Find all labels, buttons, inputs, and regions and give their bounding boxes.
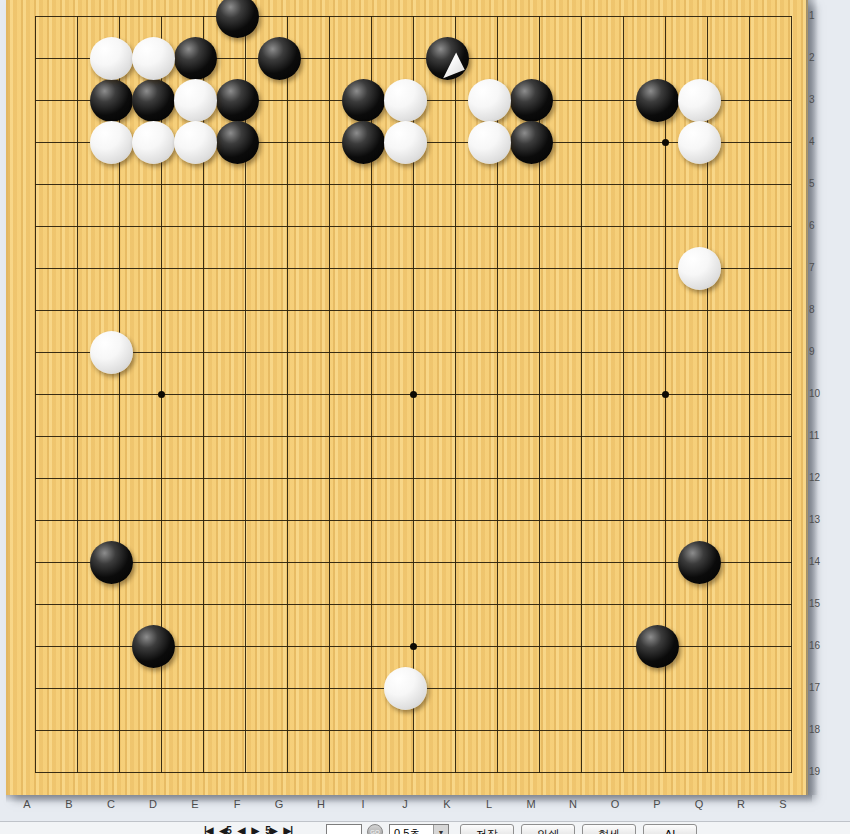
delay-value: 0.5초: [394, 826, 420, 834]
stone-black-Q14: [678, 541, 721, 584]
stone-black-I3: [342, 79, 385, 122]
estimate-button[interactable]: 형세: [582, 824, 636, 834]
stone-black-P3: [636, 79, 679, 122]
star-point-P10: [662, 391, 669, 398]
forward-button[interactable]: ▶: [251, 825, 258, 834]
star-point-J10: [410, 391, 417, 398]
stone-black-P16: [636, 625, 679, 668]
back-button[interactable]: ◀: [238, 825, 245, 834]
col-label-I: I: [353, 798, 373, 810]
print-button[interactable]: 인쇄: [521, 824, 575, 834]
ai-button[interactable]: AI: [643, 824, 697, 834]
col-label-C: C: [101, 798, 121, 810]
row-label-8: 8: [809, 304, 831, 316]
row-label-14: 14: [809, 556, 831, 568]
stone-white-L4: [468, 121, 511, 164]
row-label-10: 10: [809, 388, 831, 400]
stone-black-D16: [132, 625, 175, 668]
chevron-down-icon: ▼: [433, 825, 448, 834]
col-label-K: K: [437, 798, 457, 810]
stone-black-G2: [258, 37, 301, 80]
back-5-button[interactable]: ◀5: [220, 825, 231, 834]
row-label-5: 5: [809, 178, 831, 190]
star-point-J16: [410, 643, 417, 650]
col-label-P: P: [647, 798, 667, 810]
col-label-B: B: [59, 798, 79, 810]
col-label-E: E: [185, 798, 205, 810]
col-label-Q: Q: [689, 798, 709, 810]
row-label-13: 13: [809, 514, 831, 526]
row-label-7: 7: [809, 262, 831, 274]
last-move-marker-icon: [426, 37, 469, 80]
stone-white-E3: [174, 79, 217, 122]
row-label-16: 16: [809, 640, 831, 652]
forward-5-button[interactable]: 5▶: [265, 825, 276, 834]
stone-white-E4: [174, 121, 217, 164]
row-label-3: 3: [809, 94, 831, 106]
stone-white-C9: [90, 331, 133, 374]
action-buttons: 저장인쇄형세AI: [460, 824, 697, 834]
stone-white-J3: [384, 79, 427, 122]
save-button[interactable]: 저장: [460, 824, 514, 834]
autoplay-delay-select[interactable]: 0.5초 ▼: [389, 824, 449, 834]
col-label-G: G: [269, 798, 289, 810]
stone-white-C2: [90, 37, 133, 80]
stone-black-F3: [216, 79, 259, 122]
stone-black-M4: [510, 121, 553, 164]
row-label-15: 15: [809, 598, 831, 610]
star-point-P4: [662, 139, 669, 146]
col-label-S: S: [773, 798, 793, 810]
col-label-N: N: [563, 798, 583, 810]
row-label-19: 19: [809, 766, 831, 778]
col-label-H: H: [311, 798, 331, 810]
star-point-D10: [158, 391, 165, 398]
col-label-M: M: [521, 798, 541, 810]
stone-black-D3: [132, 79, 175, 122]
col-label-R: R: [731, 798, 751, 810]
stone-black-C14: [90, 541, 133, 584]
first-move-button[interactable]: |◀: [204, 825, 213, 834]
row-label-11: 11: [809, 430, 831, 442]
row-label-18: 18: [809, 724, 831, 736]
row-label-4: 4: [809, 136, 831, 148]
col-label-A: A: [17, 798, 37, 810]
stone-black-F4: [216, 121, 259, 164]
stone-black-E2: [174, 37, 217, 80]
stone-white-Q4: [678, 121, 721, 164]
col-label-O: O: [605, 798, 625, 810]
row-label-9: 9: [809, 346, 831, 358]
stone-black-K2: [426, 37, 469, 80]
col-label-F: F: [227, 798, 247, 810]
stone-black-I4: [342, 121, 385, 164]
stone-white-Q3: [678, 79, 721, 122]
stone-white-C4: [90, 121, 133, 164]
stone-white-J17: [384, 667, 427, 710]
col-label-J: J: [395, 798, 415, 810]
stone-white-J4: [384, 121, 427, 164]
row-label-1: 1: [809, 10, 831, 22]
stone-black-M3: [510, 79, 553, 122]
row-label-12: 12: [809, 472, 831, 484]
go-button[interactable]: GO: [367, 824, 383, 834]
stone-white-L3: [468, 79, 511, 122]
stone-black-C3: [90, 79, 133, 122]
move-navigation: |◀◀5◀▶5▶▶|: [204, 825, 292, 834]
stone-white-D2: [132, 37, 175, 80]
stone-white-Q7: [678, 247, 721, 290]
row-label-2: 2: [809, 52, 831, 64]
row-label-17: 17: [809, 682, 831, 694]
col-label-L: L: [479, 798, 499, 810]
move-number-input[interactable]: [326, 824, 362, 834]
row-label-6: 6: [809, 220, 831, 232]
last-move-button[interactable]: ▶|: [283, 825, 292, 834]
col-label-D: D: [143, 798, 163, 810]
playback-toolbar: |◀◀5◀▶5▶▶| GO 0.5초 ▼ 저장인쇄형세AI: [0, 821, 850, 834]
stone-white-D4: [132, 121, 175, 164]
